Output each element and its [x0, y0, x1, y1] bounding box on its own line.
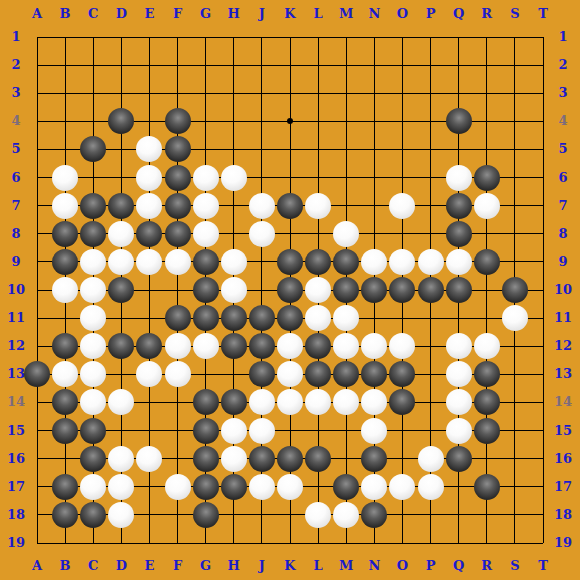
point-K5[interactable]	[276, 135, 304, 163]
point-Q14[interactable]	[445, 388, 473, 416]
point-E10[interactable]	[135, 276, 163, 304]
point-R15[interactable]	[473, 417, 501, 445]
point-Q7[interactable]	[445, 192, 473, 220]
point-E6[interactable]	[135, 164, 163, 192]
point-B7[interactable]	[51, 192, 79, 220]
point-A10[interactable]	[23, 276, 51, 304]
point-M8[interactable]	[332, 220, 360, 248]
point-G7[interactable]	[192, 192, 220, 220]
point-J7[interactable]	[248, 192, 276, 220]
point-R13[interactable]	[473, 360, 501, 388]
point-S7[interactable]	[501, 192, 529, 220]
point-D4[interactable]	[107, 107, 135, 135]
point-M15[interactable]	[332, 417, 360, 445]
point-R11[interactable]	[473, 304, 501, 332]
point-O2[interactable]	[388, 51, 416, 79]
point-M4[interactable]	[332, 107, 360, 135]
point-D5[interactable]	[107, 135, 135, 163]
point-K16[interactable]	[276, 445, 304, 473]
point-B1[interactable]	[51, 23, 79, 51]
point-C12[interactable]	[79, 332, 107, 360]
point-T11[interactable]	[529, 304, 557, 332]
point-D6[interactable]	[107, 164, 135, 192]
point-E15[interactable]	[135, 417, 163, 445]
point-D11[interactable]	[107, 304, 135, 332]
point-E18[interactable]	[135, 501, 163, 529]
point-D1[interactable]	[107, 23, 135, 51]
point-H17[interactable]	[220, 473, 248, 501]
point-C2[interactable]	[79, 51, 107, 79]
point-K15[interactable]	[276, 417, 304, 445]
point-E19[interactable]	[135, 529, 163, 557]
point-E1[interactable]	[135, 23, 163, 51]
point-C18[interactable]	[79, 501, 107, 529]
point-N15[interactable]	[360, 417, 388, 445]
point-R3[interactable]	[473, 79, 501, 107]
point-M18[interactable]	[332, 501, 360, 529]
point-M17[interactable]	[332, 473, 360, 501]
point-H11[interactable]	[220, 304, 248, 332]
point-G18[interactable]	[192, 501, 220, 529]
point-O17[interactable]	[388, 473, 416, 501]
point-M14[interactable]	[332, 388, 360, 416]
point-R2[interactable]	[473, 51, 501, 79]
point-J6[interactable]	[248, 164, 276, 192]
point-S2[interactable]	[501, 51, 529, 79]
point-C1[interactable]	[79, 23, 107, 51]
point-R10[interactable]	[473, 276, 501, 304]
point-G13[interactable]	[192, 360, 220, 388]
point-Q13[interactable]	[445, 360, 473, 388]
point-J3[interactable]	[248, 79, 276, 107]
point-S9[interactable]	[501, 248, 529, 276]
point-N14[interactable]	[360, 388, 388, 416]
point-M2[interactable]	[332, 51, 360, 79]
point-N8[interactable]	[360, 220, 388, 248]
point-F19[interactable]	[164, 529, 192, 557]
point-H3[interactable]	[220, 79, 248, 107]
point-D2[interactable]	[107, 51, 135, 79]
point-G14[interactable]	[192, 388, 220, 416]
point-S14[interactable]	[501, 388, 529, 416]
point-C8[interactable]	[79, 220, 107, 248]
point-O10[interactable]	[388, 276, 416, 304]
point-M5[interactable]	[332, 135, 360, 163]
point-S3[interactable]	[501, 79, 529, 107]
point-K3[interactable]	[276, 79, 304, 107]
point-C6[interactable]	[79, 164, 107, 192]
point-L13[interactable]	[304, 360, 332, 388]
point-A9[interactable]	[23, 248, 51, 276]
point-R7[interactable]	[473, 192, 501, 220]
point-H8[interactable]	[220, 220, 248, 248]
point-A2[interactable]	[23, 51, 51, 79]
point-E3[interactable]	[135, 79, 163, 107]
point-J10[interactable]	[248, 276, 276, 304]
point-N13[interactable]	[360, 360, 388, 388]
point-S1[interactable]	[501, 23, 529, 51]
point-F6[interactable]	[164, 164, 192, 192]
point-A15[interactable]	[23, 417, 51, 445]
point-D12[interactable]	[107, 332, 135, 360]
point-S17[interactable]	[501, 473, 529, 501]
point-H1[interactable]	[220, 23, 248, 51]
point-B6[interactable]	[51, 164, 79, 192]
point-A7[interactable]	[23, 192, 51, 220]
point-R9[interactable]	[473, 248, 501, 276]
point-M3[interactable]	[332, 79, 360, 107]
point-A1[interactable]	[23, 23, 51, 51]
point-G10[interactable]	[192, 276, 220, 304]
point-C17[interactable]	[79, 473, 107, 501]
point-H10[interactable]	[220, 276, 248, 304]
point-L16[interactable]	[304, 445, 332, 473]
point-B16[interactable]	[51, 445, 79, 473]
point-S15[interactable]	[501, 417, 529, 445]
point-F5[interactable]	[164, 135, 192, 163]
point-G19[interactable]	[192, 529, 220, 557]
point-G15[interactable]	[192, 417, 220, 445]
point-M16[interactable]	[332, 445, 360, 473]
point-N10[interactable]	[360, 276, 388, 304]
point-R18[interactable]	[473, 501, 501, 529]
point-T1[interactable]	[529, 23, 557, 51]
point-T2[interactable]	[529, 51, 557, 79]
point-Q3[interactable]	[445, 79, 473, 107]
point-P13[interactable]	[417, 360, 445, 388]
point-T6[interactable]	[529, 164, 557, 192]
point-Q9[interactable]	[445, 248, 473, 276]
point-B2[interactable]	[51, 51, 79, 79]
point-Q17[interactable]	[445, 473, 473, 501]
point-E13[interactable]	[135, 360, 163, 388]
point-P5[interactable]	[417, 135, 445, 163]
point-S19[interactable]	[501, 529, 529, 557]
point-C7[interactable]	[79, 192, 107, 220]
point-F13[interactable]	[164, 360, 192, 388]
point-E14[interactable]	[135, 388, 163, 416]
point-B14[interactable]	[51, 388, 79, 416]
point-S16[interactable]	[501, 445, 529, 473]
point-P16[interactable]	[417, 445, 445, 473]
point-F11[interactable]	[164, 304, 192, 332]
point-G9[interactable]	[192, 248, 220, 276]
point-S4[interactable]	[501, 107, 529, 135]
point-B19[interactable]	[51, 529, 79, 557]
point-D7[interactable]	[107, 192, 135, 220]
point-P15[interactable]	[417, 417, 445, 445]
point-C15[interactable]	[79, 417, 107, 445]
point-G6[interactable]	[192, 164, 220, 192]
point-N1[interactable]	[360, 23, 388, 51]
point-J17[interactable]	[248, 473, 276, 501]
point-M19[interactable]	[332, 529, 360, 557]
point-R5[interactable]	[473, 135, 501, 163]
point-N9[interactable]	[360, 248, 388, 276]
point-D8[interactable]	[107, 220, 135, 248]
point-E4[interactable]	[135, 107, 163, 135]
point-A4[interactable]	[23, 107, 51, 135]
point-G12[interactable]	[192, 332, 220, 360]
point-T5[interactable]	[529, 135, 557, 163]
point-F8[interactable]	[164, 220, 192, 248]
point-J2[interactable]	[248, 51, 276, 79]
point-J13[interactable]	[248, 360, 276, 388]
point-N6[interactable]	[360, 164, 388, 192]
point-P19[interactable]	[417, 529, 445, 557]
point-E17[interactable]	[135, 473, 163, 501]
point-D19[interactable]	[107, 529, 135, 557]
point-Q6[interactable]	[445, 164, 473, 192]
point-B4[interactable]	[51, 107, 79, 135]
point-F18[interactable]	[164, 501, 192, 529]
point-O19[interactable]	[388, 529, 416, 557]
point-R14[interactable]	[473, 388, 501, 416]
point-A14[interactable]	[23, 388, 51, 416]
point-Q5[interactable]	[445, 135, 473, 163]
point-C4[interactable]	[79, 107, 107, 135]
point-S8[interactable]	[501, 220, 529, 248]
point-B15[interactable]	[51, 417, 79, 445]
point-O9[interactable]	[388, 248, 416, 276]
point-D13[interactable]	[107, 360, 135, 388]
point-E2[interactable]	[135, 51, 163, 79]
point-Q12[interactable]	[445, 332, 473, 360]
point-B8[interactable]	[51, 220, 79, 248]
point-T18[interactable]	[529, 501, 557, 529]
point-J4[interactable]	[248, 107, 276, 135]
point-T15[interactable]	[529, 417, 557, 445]
point-C10[interactable]	[79, 276, 107, 304]
point-B18[interactable]	[51, 501, 79, 529]
point-K4[interactable]	[276, 107, 304, 135]
point-A16[interactable]	[23, 445, 51, 473]
point-R1[interactable]	[473, 23, 501, 51]
point-T9[interactable]	[529, 248, 557, 276]
point-K1[interactable]	[276, 23, 304, 51]
point-B9[interactable]	[51, 248, 79, 276]
point-P11[interactable]	[417, 304, 445, 332]
point-H18[interactable]	[220, 501, 248, 529]
point-S13[interactable]	[501, 360, 529, 388]
point-L4[interactable]	[304, 107, 332, 135]
point-K10[interactable]	[276, 276, 304, 304]
point-J9[interactable]	[248, 248, 276, 276]
point-N4[interactable]	[360, 107, 388, 135]
point-C13[interactable]	[79, 360, 107, 388]
point-M1[interactable]	[332, 23, 360, 51]
point-P1[interactable]	[417, 23, 445, 51]
point-L11[interactable]	[304, 304, 332, 332]
point-O5[interactable]	[388, 135, 416, 163]
point-M7[interactable]	[332, 192, 360, 220]
point-B10[interactable]	[51, 276, 79, 304]
point-L2[interactable]	[304, 51, 332, 79]
point-H9[interactable]	[220, 248, 248, 276]
point-R16[interactable]	[473, 445, 501, 473]
point-F4[interactable]	[164, 107, 192, 135]
point-P18[interactable]	[417, 501, 445, 529]
point-P9[interactable]	[417, 248, 445, 276]
point-F2[interactable]	[164, 51, 192, 79]
point-K7[interactable]	[276, 192, 304, 220]
point-L17[interactable]	[304, 473, 332, 501]
point-K9[interactable]	[276, 248, 304, 276]
point-H16[interactable]	[220, 445, 248, 473]
point-A17[interactable]	[23, 473, 51, 501]
point-B11[interactable]	[51, 304, 79, 332]
point-S6[interactable]	[501, 164, 529, 192]
point-H12[interactable]	[220, 332, 248, 360]
point-F7[interactable]	[164, 192, 192, 220]
point-L10[interactable]	[304, 276, 332, 304]
point-S18[interactable]	[501, 501, 529, 529]
point-T14[interactable]	[529, 388, 557, 416]
point-C11[interactable]	[79, 304, 107, 332]
point-N17[interactable]	[360, 473, 388, 501]
point-A13[interactable]	[23, 360, 51, 388]
point-Q19[interactable]	[445, 529, 473, 557]
point-F1[interactable]	[164, 23, 192, 51]
point-H2[interactable]	[220, 51, 248, 79]
point-T16[interactable]	[529, 445, 557, 473]
point-J18[interactable]	[248, 501, 276, 529]
point-F3[interactable]	[164, 79, 192, 107]
point-E7[interactable]	[135, 192, 163, 220]
point-N18[interactable]	[360, 501, 388, 529]
point-Q2[interactable]	[445, 51, 473, 79]
point-G16[interactable]	[192, 445, 220, 473]
point-F17[interactable]	[164, 473, 192, 501]
point-O11[interactable]	[388, 304, 416, 332]
point-P12[interactable]	[417, 332, 445, 360]
point-Q8[interactable]	[445, 220, 473, 248]
point-E9[interactable]	[135, 248, 163, 276]
point-E5[interactable]	[135, 135, 163, 163]
point-G17[interactable]	[192, 473, 220, 501]
point-T4[interactable]	[529, 107, 557, 135]
point-A6[interactable]	[23, 164, 51, 192]
point-L7[interactable]	[304, 192, 332, 220]
point-D15[interactable]	[107, 417, 135, 445]
point-L9[interactable]	[304, 248, 332, 276]
point-C9[interactable]	[79, 248, 107, 276]
point-A18[interactable]	[23, 501, 51, 529]
point-R19[interactable]	[473, 529, 501, 557]
point-K18[interactable]	[276, 501, 304, 529]
point-M12[interactable]	[332, 332, 360, 360]
point-E12[interactable]	[135, 332, 163, 360]
point-L3[interactable]	[304, 79, 332, 107]
point-N3[interactable]	[360, 79, 388, 107]
point-C3[interactable]	[79, 79, 107, 107]
point-T12[interactable]	[529, 332, 557, 360]
point-F15[interactable]	[164, 417, 192, 445]
point-J16[interactable]	[248, 445, 276, 473]
point-G8[interactable]	[192, 220, 220, 248]
point-M13[interactable]	[332, 360, 360, 388]
point-L1[interactable]	[304, 23, 332, 51]
point-L14[interactable]	[304, 388, 332, 416]
point-C19[interactable]	[79, 529, 107, 557]
point-O14[interactable]	[388, 388, 416, 416]
point-L6[interactable]	[304, 164, 332, 192]
point-G2[interactable]	[192, 51, 220, 79]
point-K6[interactable]	[276, 164, 304, 192]
point-S5[interactable]	[501, 135, 529, 163]
point-R17[interactable]	[473, 473, 501, 501]
point-D16[interactable]	[107, 445, 135, 473]
point-A5[interactable]	[23, 135, 51, 163]
point-F12[interactable]	[164, 332, 192, 360]
point-Q16[interactable]	[445, 445, 473, 473]
point-B12[interactable]	[51, 332, 79, 360]
point-T10[interactable]	[529, 276, 557, 304]
point-D10[interactable]	[107, 276, 135, 304]
point-H13[interactable]	[220, 360, 248, 388]
point-B13[interactable]	[51, 360, 79, 388]
point-N11[interactable]	[360, 304, 388, 332]
point-J14[interactable]	[248, 388, 276, 416]
point-N7[interactable]	[360, 192, 388, 220]
point-D17[interactable]	[107, 473, 135, 501]
point-T8[interactable]	[529, 220, 557, 248]
point-H6[interactable]	[220, 164, 248, 192]
point-Q1[interactable]	[445, 23, 473, 51]
point-O3[interactable]	[388, 79, 416, 107]
point-B3[interactable]	[51, 79, 79, 107]
point-O16[interactable]	[388, 445, 416, 473]
point-F10[interactable]	[164, 276, 192, 304]
point-J1[interactable]	[248, 23, 276, 51]
point-N5[interactable]	[360, 135, 388, 163]
point-A19[interactable]	[23, 529, 51, 557]
point-O18[interactable]	[388, 501, 416, 529]
point-Q4[interactable]	[445, 107, 473, 135]
point-O6[interactable]	[388, 164, 416, 192]
point-O8[interactable]	[388, 220, 416, 248]
point-G4[interactable]	[192, 107, 220, 135]
point-H19[interactable]	[220, 529, 248, 557]
point-E16[interactable]	[135, 445, 163, 473]
point-P6[interactable]	[417, 164, 445, 192]
point-H7[interactable]	[220, 192, 248, 220]
point-S12[interactable]	[501, 332, 529, 360]
point-L12[interactable]	[304, 332, 332, 360]
point-R4[interactable]	[473, 107, 501, 135]
point-M9[interactable]	[332, 248, 360, 276]
point-O4[interactable]	[388, 107, 416, 135]
point-K2[interactable]	[276, 51, 304, 79]
point-B17[interactable]	[51, 473, 79, 501]
point-A3[interactable]	[23, 79, 51, 107]
point-D9[interactable]	[107, 248, 135, 276]
point-Q15[interactable]	[445, 417, 473, 445]
point-L19[interactable]	[304, 529, 332, 557]
point-T19[interactable]	[529, 529, 557, 557]
point-F14[interactable]	[164, 388, 192, 416]
point-G1[interactable]	[192, 23, 220, 51]
point-N16[interactable]	[360, 445, 388, 473]
point-O12[interactable]	[388, 332, 416, 360]
point-P4[interactable]	[417, 107, 445, 135]
point-M10[interactable]	[332, 276, 360, 304]
point-O7[interactable]	[388, 192, 416, 220]
point-O13[interactable]	[388, 360, 416, 388]
point-L15[interactable]	[304, 417, 332, 445]
point-Q10[interactable]	[445, 276, 473, 304]
point-L8[interactable]	[304, 220, 332, 248]
